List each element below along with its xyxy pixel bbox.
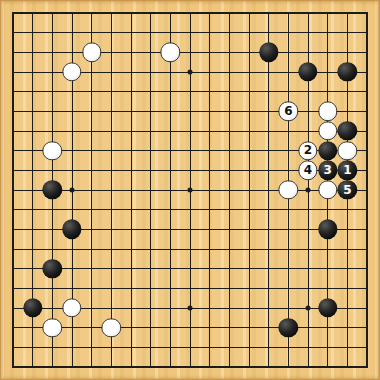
go-board[interactable]: 624315 (0, 0, 380, 380)
grid-line-horizontal (13, 347, 367, 348)
go-diagram-screenshot: 624315 (0, 0, 380, 380)
star-point (306, 306, 311, 311)
grid-line-horizontal (13, 288, 367, 289)
move-number-label: 6 (284, 105, 292, 117)
star-point (70, 188, 75, 193)
grid-line-vertical (268, 13, 269, 367)
grid-line-horizontal (13, 327, 367, 328)
grid-line-horizontal (13, 209, 367, 210)
grid-line-vertical (249, 13, 250, 367)
move-number-label: 4 (304, 164, 312, 176)
star-point (306, 188, 311, 193)
star-point (188, 306, 193, 311)
move-number-label: 1 (343, 164, 351, 176)
star-point (188, 188, 193, 193)
move-number-label: 5 (343, 184, 351, 196)
move-number-label: 3 (323, 164, 331, 176)
grid-line-vertical (229, 13, 230, 367)
move-number-label: 2 (304, 145, 312, 157)
star-point (188, 70, 193, 75)
grid-line-vertical (209, 13, 210, 367)
grid-line-horizontal (13, 249, 367, 250)
grid-line-horizontal (13, 268, 367, 269)
